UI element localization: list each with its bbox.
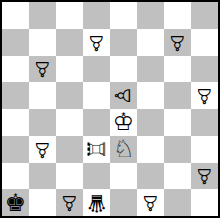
square-e3[interactable]: ♘: [110, 136, 137, 163]
square-h3[interactable]: [191, 136, 218, 163]
square-c5[interactable]: [56, 82, 83, 109]
square-d2[interactable]: [83, 163, 110, 190]
square-d6[interactable]: [83, 56, 110, 83]
square-g2[interactable]: [164, 163, 191, 190]
square-a4[interactable]: [2, 109, 29, 136]
square-a2[interactable]: [2, 163, 29, 190]
square-f8[interactable]: [137, 2, 164, 29]
white-pawn-inverted-c1: ♙: [60, 192, 79, 213]
square-e8[interactable]: [110, 2, 137, 29]
square-e2[interactable]: [110, 163, 137, 190]
square-d5[interactable]: [83, 82, 110, 109]
square-e4[interactable]: ♔: [110, 109, 137, 136]
square-h5[interactable]: ♙: [191, 82, 218, 109]
square-f1[interactable]: ♙: [137, 189, 164, 216]
square-b1[interactable]: [29, 189, 56, 216]
white-knight-e3: ♘: [113, 137, 135, 161]
square-b6[interactable]: ♙: [29, 56, 56, 83]
white-pawn-inverted-f1: ♙: [141, 192, 160, 213]
square-a8[interactable]: [2, 2, 29, 29]
square-c7[interactable]: [56, 29, 83, 56]
square-b8[interactable]: [29, 2, 56, 29]
square-h1[interactable]: [191, 189, 218, 216]
square-h2[interactable]: ♙: [191, 163, 218, 190]
square-g6[interactable]: [164, 56, 191, 83]
white-pawn-rotated-left-e5: ♙: [113, 86, 134, 105]
square-f6[interactable]: [137, 56, 164, 83]
square-f3[interactable]: [137, 136, 164, 163]
square-h6[interactable]: [191, 56, 218, 83]
square-d1[interactable]: ♛: [83, 189, 110, 216]
square-c8[interactable]: [56, 2, 83, 29]
square-g1[interactable]: [164, 189, 191, 216]
square-c2[interactable]: [56, 163, 83, 190]
square-a6[interactable]: [2, 56, 29, 83]
square-a5[interactable]: [2, 82, 29, 109]
white-pawn-inverted-h5: ♙: [195, 85, 214, 106]
white-pawn-inverted-b6: ♙: [33, 58, 52, 79]
square-g7[interactable]: ♙: [164, 29, 191, 56]
square-d7[interactable]: ♙: [83, 29, 110, 56]
square-e5[interactable]: ♙: [110, 82, 137, 109]
square-b4[interactable]: [29, 109, 56, 136]
square-b2[interactable]: [29, 163, 56, 190]
square-c4[interactable]: [56, 109, 83, 136]
square-f2[interactable]: [137, 163, 164, 190]
square-b7[interactable]: [29, 29, 56, 56]
white-rook-rotated-left-d3: ♖: [84, 138, 108, 160]
white-pawn-inverted-d7: ♙: [87, 32, 106, 53]
square-b5[interactable]: [29, 82, 56, 109]
square-d3[interactable]: ♖: [83, 136, 110, 163]
square-h7[interactable]: [191, 29, 218, 56]
chessboard: ♙♙♙♙♙♔♙♖♘♙♚♙♛♙: [0, 0, 220, 218]
square-f5[interactable]: [137, 82, 164, 109]
square-d8[interactable]: [83, 2, 110, 29]
square-e7[interactable]: [110, 29, 137, 56]
black-king-a1: ♚: [5, 191, 27, 215]
square-e6[interactable]: [110, 56, 137, 83]
square-f7[interactable]: [137, 29, 164, 56]
white-pawn-inverted-b3: ♙: [33, 139, 52, 160]
square-a3[interactable]: [2, 136, 29, 163]
square-c6[interactable]: [56, 56, 83, 83]
square-a1[interactable]: ♚: [2, 189, 29, 216]
square-h8[interactable]: [191, 2, 218, 29]
white-pawn-inverted-h2: ♙: [195, 165, 214, 186]
white-pawn-inverted-g7: ♙: [168, 32, 187, 53]
square-h4[interactable]: [191, 109, 218, 136]
board-grid: ♙♙♙♙♙♔♙♖♘♙♚♙♛♙: [2, 2, 218, 216]
square-g3[interactable]: [164, 136, 191, 163]
square-c3[interactable]: [56, 136, 83, 163]
black-queen-inverted-d1: ♛: [86, 191, 108, 215]
white-king-e4: ♔: [113, 110, 135, 134]
square-b3[interactable]: ♙: [29, 136, 56, 163]
square-g8[interactable]: [164, 2, 191, 29]
square-e1[interactable]: [110, 189, 137, 216]
square-g4[interactable]: [164, 109, 191, 136]
square-f4[interactable]: [137, 109, 164, 136]
square-c1[interactable]: ♙: [56, 189, 83, 216]
square-d4[interactable]: [83, 109, 110, 136]
square-g5[interactable]: [164, 82, 191, 109]
square-a7[interactable]: [2, 29, 29, 56]
